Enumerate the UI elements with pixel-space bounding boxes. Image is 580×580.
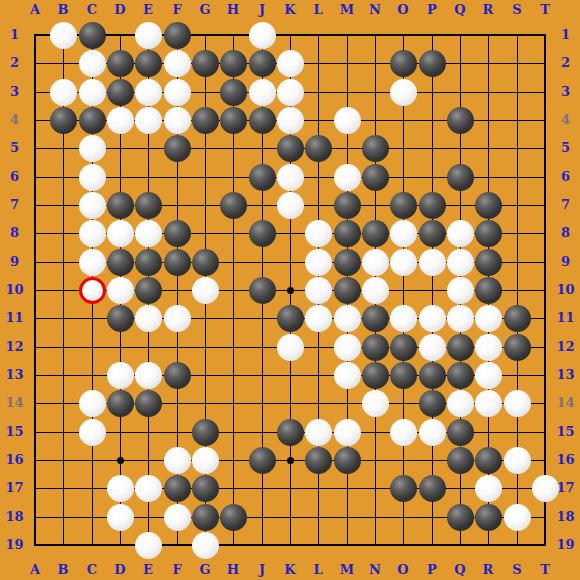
grid-vline [432, 34, 433, 546]
black-stone [362, 334, 389, 361]
grid-vline [403, 34, 404, 546]
white-stone [277, 334, 304, 361]
row-label-left: 2 [1, 55, 28, 71]
black-stone [419, 362, 446, 389]
row-label-right: 18 [552, 509, 579, 525]
column-label-top: O [389, 2, 417, 18]
column-label-top: H [219, 2, 247, 18]
column-label-top: C [78, 2, 106, 18]
column-label-bottom: T [531, 562, 559, 578]
white-stone [475, 334, 502, 361]
row-label-left: 13 [1, 367, 28, 383]
black-stone [249, 164, 276, 191]
black-stone [192, 475, 219, 502]
column-label-bottom: G [191, 562, 219, 578]
column-label-bottom: A [21, 562, 49, 578]
row-label-left: 17 [1, 480, 28, 496]
white-stone [390, 249, 417, 276]
white-stone [164, 305, 191, 332]
black-stone [249, 107, 276, 134]
black-stone [447, 419, 474, 446]
row-label-left: 10 [1, 282, 28, 298]
black-stone [419, 220, 446, 247]
white-stone [249, 79, 276, 106]
white-stone [107, 107, 134, 134]
white-stone [532, 475, 559, 502]
black-stone [334, 447, 361, 474]
white-stone [334, 334, 361, 361]
black-stone [107, 390, 134, 417]
black-stone [504, 334, 531, 361]
black-stone [362, 135, 389, 162]
white-stone [135, 79, 162, 106]
black-stone [447, 164, 474, 191]
white-stone [192, 532, 219, 559]
row-label-left: 19 [1, 537, 28, 553]
black-stone [390, 475, 417, 502]
row-label-left: 3 [1, 84, 28, 100]
black-stone [390, 334, 417, 361]
white-stone [164, 504, 191, 531]
black-stone [334, 220, 361, 247]
black-stone [135, 277, 162, 304]
go-board-viewer: AABBCCDDEEFFGGHHJJKKLLMMNNOOPPQQRRSSTT11… [0, 0, 580, 580]
black-stone [164, 135, 191, 162]
white-stone [475, 390, 502, 417]
black-stone [362, 305, 389, 332]
black-stone [475, 192, 502, 219]
grid-hline [34, 544, 546, 546]
row-label-right: 7 [552, 197, 579, 213]
white-stone [334, 107, 361, 134]
white-stone [334, 419, 361, 446]
column-label-bottom: L [304, 562, 332, 578]
white-stone [305, 220, 332, 247]
white-stone [305, 419, 332, 446]
column-label-top: N [361, 2, 389, 18]
grid-vline [544, 34, 546, 546]
column-label-top: A [21, 2, 49, 18]
black-stone [362, 164, 389, 191]
white-stone [504, 447, 531, 474]
black-stone [277, 419, 304, 446]
row-label-right: 8 [552, 225, 579, 241]
white-stone [135, 107, 162, 134]
column-label-bottom: E [134, 562, 162, 578]
black-stone [192, 504, 219, 531]
row-label-right: 10 [552, 282, 579, 298]
row-label-left: 5 [1, 140, 28, 156]
white-stone [305, 305, 332, 332]
row-label-left: 1 [1, 27, 28, 43]
column-label-top: E [134, 2, 162, 18]
white-stone [50, 22, 77, 49]
goban[interactable]: AABBCCDDEEFFGGHHJJKKLLMMNNOOPPQQRRSSTT11… [0, 0, 580, 580]
black-stone [107, 79, 134, 106]
row-label-right: 16 [552, 452, 579, 468]
black-stone [79, 22, 106, 49]
row-label-right: 4 [552, 112, 579, 128]
black-stone [419, 192, 446, 219]
white-stone [475, 362, 502, 389]
black-stone [220, 504, 247, 531]
column-label-bottom: Q [446, 562, 474, 578]
column-label-bottom: J [248, 562, 276, 578]
row-label-left: 16 [1, 452, 28, 468]
black-stone [164, 475, 191, 502]
black-stone [390, 192, 417, 219]
black-stone [390, 50, 417, 77]
black-stone [305, 447, 332, 474]
column-label-top: J [248, 2, 276, 18]
white-stone [447, 390, 474, 417]
white-stone [277, 192, 304, 219]
black-stone [362, 362, 389, 389]
column-label-top: M [333, 2, 361, 18]
white-stone [390, 419, 417, 446]
black-stone [475, 220, 502, 247]
white-stone [79, 390, 106, 417]
black-stone [277, 135, 304, 162]
white-stone [107, 220, 134, 247]
black-stone [135, 249, 162, 276]
white-stone [334, 305, 361, 332]
black-stone [220, 50, 247, 77]
black-stone [334, 249, 361, 276]
white-stone [419, 419, 446, 446]
column-label-bottom: M [333, 562, 361, 578]
black-stone [504, 305, 531, 332]
row-label-right: 15 [552, 424, 579, 440]
white-stone [447, 305, 474, 332]
black-stone [135, 192, 162, 219]
white-stone [135, 305, 162, 332]
column-label-bottom: H [219, 562, 247, 578]
white-stone [390, 305, 417, 332]
row-label-right: 1 [552, 27, 579, 43]
black-stone [362, 220, 389, 247]
white-stone [362, 249, 389, 276]
star-point [117, 457, 124, 464]
column-label-top: Q [446, 2, 474, 18]
white-stone [107, 277, 134, 304]
white-stone [107, 475, 134, 502]
black-stone [249, 447, 276, 474]
white-stone [447, 277, 474, 304]
row-label-left: 12 [1, 339, 28, 355]
column-label-bottom: D [106, 562, 134, 578]
column-label-top: G [191, 2, 219, 18]
row-label-right: 3 [552, 84, 579, 100]
column-label-bottom: R [474, 562, 502, 578]
white-stone [334, 164, 361, 191]
white-stone [277, 50, 304, 77]
white-stone [79, 164, 106, 191]
column-label-bottom: O [389, 562, 417, 578]
column-label-top: S [503, 2, 531, 18]
white-stone [164, 79, 191, 106]
black-stone [107, 192, 134, 219]
column-label-top: F [163, 2, 191, 18]
white-stone [419, 334, 446, 361]
black-stone [249, 277, 276, 304]
white-stone [475, 305, 502, 332]
column-label-top: L [304, 2, 332, 18]
black-stone [305, 135, 332, 162]
white-stone [277, 79, 304, 106]
white-stone [79, 79, 106, 106]
row-label-right: 5 [552, 140, 579, 156]
black-stone [220, 192, 247, 219]
black-stone [50, 107, 77, 134]
column-label-top: B [49, 2, 77, 18]
black-stone [135, 50, 162, 77]
black-stone [249, 50, 276, 77]
white-stone [79, 50, 106, 77]
row-label-right: 2 [552, 55, 579, 71]
row-label-left: 15 [1, 424, 28, 440]
white-stone [79, 249, 106, 276]
black-stone [164, 22, 191, 49]
white-stone [164, 107, 191, 134]
row-label-left: 11 [1, 310, 28, 326]
column-label-top: D [106, 2, 134, 18]
black-stone [277, 305, 304, 332]
column-label-top: R [474, 2, 502, 18]
black-stone [334, 277, 361, 304]
white-stone-last-move [79, 277, 106, 304]
black-stone [447, 107, 474, 134]
black-stone [220, 107, 247, 134]
row-label-right: 13 [552, 367, 579, 383]
white-stone [504, 390, 531, 417]
row-label-right: 19 [552, 537, 579, 553]
column-label-bottom: N [361, 562, 389, 578]
black-stone [419, 475, 446, 502]
row-label-left: 7 [1, 197, 28, 213]
white-stone [390, 79, 417, 106]
column-label-top: K [276, 2, 304, 18]
black-stone [107, 305, 134, 332]
row-label-left: 6 [1, 169, 28, 185]
row-label-left: 18 [1, 509, 28, 525]
row-label-left: 9 [1, 254, 28, 270]
white-stone [504, 504, 531, 531]
white-stone [79, 419, 106, 446]
black-stone [390, 362, 417, 389]
black-stone [419, 390, 446, 417]
black-stone [107, 50, 134, 77]
black-stone [107, 249, 134, 276]
column-label-bottom: S [503, 562, 531, 578]
white-stone [135, 22, 162, 49]
white-stone [305, 249, 332, 276]
black-stone [192, 107, 219, 134]
white-stone [277, 107, 304, 134]
white-stone [135, 362, 162, 389]
white-stone [419, 249, 446, 276]
white-stone [164, 447, 191, 474]
row-label-left: 8 [1, 225, 28, 241]
white-stone [419, 305, 446, 332]
black-stone [220, 79, 247, 106]
white-stone [390, 220, 417, 247]
white-stone [135, 532, 162, 559]
column-label-top: P [418, 2, 446, 18]
white-stone [107, 504, 134, 531]
white-stone [447, 249, 474, 276]
white-stone [135, 475, 162, 502]
black-stone [475, 249, 502, 276]
black-stone [419, 50, 446, 77]
black-stone [447, 334, 474, 361]
row-label-right: 6 [552, 169, 579, 185]
white-stone [277, 164, 304, 191]
row-label-right: 12 [552, 339, 579, 355]
black-stone [447, 447, 474, 474]
white-stone [79, 192, 106, 219]
black-stone [164, 220, 191, 247]
white-stone [79, 220, 106, 247]
black-stone [192, 249, 219, 276]
white-stone [79, 135, 106, 162]
white-stone [249, 22, 276, 49]
star-point [287, 287, 294, 294]
column-label-top: T [531, 2, 559, 18]
black-stone [475, 504, 502, 531]
black-stone [192, 419, 219, 446]
black-stone [164, 362, 191, 389]
white-stone [334, 362, 361, 389]
row-label-left: 4 [1, 112, 28, 128]
black-stone [447, 362, 474, 389]
black-stone [475, 447, 502, 474]
black-stone [249, 220, 276, 247]
white-stone [192, 277, 219, 304]
white-stone [362, 390, 389, 417]
black-stone [192, 50, 219, 77]
white-stone [447, 220, 474, 247]
white-stone [50, 79, 77, 106]
white-stone [164, 50, 191, 77]
white-stone [475, 475, 502, 502]
black-stone [334, 192, 361, 219]
row-label-right: 9 [552, 254, 579, 270]
column-label-bottom: P [418, 562, 446, 578]
black-stone [164, 249, 191, 276]
row-label-right: 11 [552, 310, 579, 326]
white-stone [135, 220, 162, 247]
star-point [287, 457, 294, 464]
black-stone [447, 504, 474, 531]
black-stone [475, 277, 502, 304]
column-label-bottom: K [276, 562, 304, 578]
white-stone [362, 277, 389, 304]
row-label-right: 14 [552, 395, 579, 411]
white-stone [107, 362, 134, 389]
column-label-bottom: F [163, 562, 191, 578]
column-label-bottom: B [49, 562, 77, 578]
black-stone [135, 390, 162, 417]
column-label-bottom: C [78, 562, 106, 578]
white-stone [305, 277, 332, 304]
row-label-left: 14 [1, 395, 28, 411]
black-stone [79, 107, 106, 134]
white-stone [192, 447, 219, 474]
